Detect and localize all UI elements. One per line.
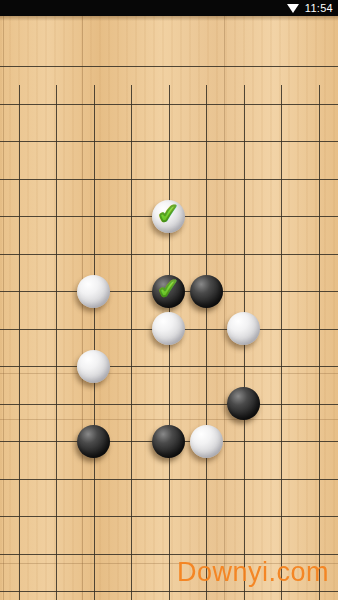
grid-vline (319, 85, 320, 600)
grid-vline (206, 85, 207, 600)
grid-vline (19, 85, 20, 600)
stone-white (77, 275, 110, 308)
stone-black-last-move: ✔ (152, 275, 185, 308)
last-move-check-icon: ✔ (150, 271, 186, 307)
signal-triangle-icon (287, 4, 299, 13)
stone-black (227, 387, 260, 420)
watermark-text: Downyi.com (177, 557, 329, 588)
stone-white (152, 312, 185, 345)
status-bar: 11:54 (0, 0, 338, 16)
stone-white (190, 425, 223, 458)
stone-white-last-move: ✔ (152, 200, 185, 233)
stone-black (152, 425, 185, 458)
grid-vline (281, 85, 282, 600)
last-move-check-icon: ✔ (150, 196, 186, 232)
grid-vline (131, 85, 132, 600)
grid-hline (0, 66, 338, 67)
stone-white (227, 312, 260, 345)
grid-vline (94, 85, 95, 600)
stone-black (190, 275, 223, 308)
gomoku-board[interactable]: ✔✔ (0, 16, 338, 600)
grid-vline (56, 85, 57, 600)
app-screen: 11:54 ✔✔ Downyi.com (0, 0, 338, 600)
stone-white (77, 350, 110, 383)
status-bar-time: 11:54 (305, 0, 333, 16)
stone-black (77, 425, 110, 458)
